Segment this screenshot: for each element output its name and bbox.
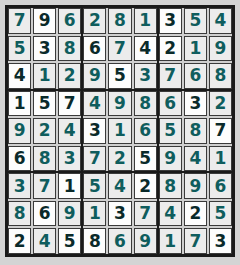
sudoku-cell-r8c1[interactable]: 8: [8, 201, 31, 227]
sudoku-cell-r9c8[interactable]: 7: [184, 228, 207, 254]
sudoku-cell-r1c2[interactable]: 9: [33, 8, 56, 34]
sudoku-cell-r4c2[interactable]: 5: [33, 91, 56, 117]
sudoku-cell-r6c3[interactable]: 3: [58, 146, 81, 172]
sudoku-cell-r4c8[interactable]: 3: [184, 91, 207, 117]
sudoku-cell-r8c6[interactable]: 7: [134, 201, 157, 227]
sudoku-page: 7965384122816749533542197681579246834983…: [0, 5, 240, 257]
sudoku-cell-r8c9[interactable]: 5: [209, 201, 232, 227]
sudoku-cell-r6c6[interactable]: 5: [134, 146, 157, 172]
sudoku-cell-r6c1[interactable]: 6: [8, 146, 31, 172]
sudoku-cell-r9c4[interactable]: 8: [83, 228, 106, 254]
sudoku-cell-r4c5[interactable]: 9: [108, 91, 131, 117]
sudoku-cell-r3c1[interactable]: 4: [8, 63, 31, 89]
sudoku-cell-r4c6[interactable]: 8: [134, 91, 157, 117]
sudoku-cell-r1c1[interactable]: 7: [8, 8, 31, 34]
sudoku-cell-r2c3[interactable]: 8: [58, 36, 81, 62]
sudoku-cell-r8c4[interactable]: 1: [83, 201, 106, 227]
sudoku-cell-r9c3[interactable]: 5: [58, 228, 81, 254]
sudoku-box-8: 542137869: [83, 173, 156, 254]
sudoku-cell-r5c4[interactable]: 3: [83, 118, 106, 144]
sudoku-cell-r7c2[interactable]: 7: [33, 173, 56, 199]
sudoku-cell-r5c2[interactable]: 2: [33, 118, 56, 144]
sudoku-cell-r9c6[interactable]: 9: [134, 228, 157, 254]
sudoku-cell-r6c2[interactable]: 8: [33, 146, 56, 172]
sudoku-cell-r1c3[interactable]: 6: [58, 8, 81, 34]
sudoku-cell-r7c7[interactable]: 8: [159, 173, 182, 199]
sudoku-cell-r7c5[interactable]: 4: [108, 173, 131, 199]
sudoku-box-6: 632587941: [159, 91, 232, 172]
sudoku-cell-r6c5[interactable]: 2: [108, 146, 131, 172]
sudoku-cell-r9c5[interactable]: 6: [108, 228, 131, 254]
sudoku-cell-r2c8[interactable]: 1: [184, 36, 207, 62]
sudoku-cell-r3c7[interactable]: 7: [159, 63, 182, 89]
sudoku-cell-r8c3[interactable]: 9: [58, 201, 81, 227]
sudoku-box-9: 896425173: [159, 173, 232, 254]
sudoku-cell-r5c6[interactable]: 6: [134, 118, 157, 144]
sudoku-cell-r8c7[interactable]: 4: [159, 201, 182, 227]
sudoku-cell-r5c5[interactable]: 1: [108, 118, 131, 144]
sudoku-cell-r2c2[interactable]: 3: [33, 36, 56, 62]
sudoku-cell-r6c8[interactable]: 4: [184, 146, 207, 172]
sudoku-cell-r5c8[interactable]: 8: [184, 118, 207, 144]
sudoku-cell-r9c2[interactable]: 4: [33, 228, 56, 254]
sudoku-box-1: 796538412: [8, 8, 81, 89]
sudoku-cell-r1c7[interactable]: 3: [159, 8, 182, 34]
sudoku-cell-r7c9[interactable]: 6: [209, 173, 232, 199]
sudoku-cell-r2c7[interactable]: 2: [159, 36, 182, 62]
sudoku-cell-r5c7[interactable]: 5: [159, 118, 182, 144]
sudoku-cell-r9c9[interactable]: 3: [209, 228, 232, 254]
sudoku-cell-r1c6[interactable]: 1: [134, 8, 157, 34]
sudoku-cell-r2c6[interactable]: 4: [134, 36, 157, 62]
sudoku-cell-r2c5[interactable]: 7: [108, 36, 131, 62]
sudoku-cell-r4c4[interactable]: 4: [83, 91, 106, 117]
sudoku-box-4: 157924683: [8, 91, 81, 172]
sudoku-cell-r1c4[interactable]: 2: [83, 8, 106, 34]
sudoku-cell-r5c1[interactable]: 9: [8, 118, 31, 144]
sudoku-cell-r9c1[interactable]: 2: [8, 228, 31, 254]
sudoku-cell-r2c4[interactable]: 6: [83, 36, 106, 62]
sudoku-cell-r7c6[interactable]: 2: [134, 173, 157, 199]
sudoku-cell-r3c8[interactable]: 6: [184, 63, 207, 89]
sudoku-cell-r3c4[interactable]: 9: [83, 63, 106, 89]
sudoku-box-7: 371869245: [8, 173, 81, 254]
sudoku-cell-r3c5[interactable]: 5: [108, 63, 131, 89]
sudoku-cell-r1c8[interactable]: 5: [184, 8, 207, 34]
sudoku-board: 7965384122816749533542197681579246834983…: [5, 5, 235, 257]
sudoku-cell-r4c7[interactable]: 6: [159, 91, 182, 117]
sudoku-box-2: 281674953: [83, 8, 156, 89]
sudoku-cell-r7c8[interactable]: 9: [184, 173, 207, 199]
sudoku-cell-r7c4[interactable]: 5: [83, 173, 106, 199]
sudoku-cell-r8c2[interactable]: 6: [33, 201, 56, 227]
sudoku-cell-r8c5[interactable]: 3: [108, 201, 131, 227]
sudoku-cell-r4c3[interactable]: 7: [58, 91, 81, 117]
sudoku-box-5: 498316725: [83, 91, 156, 172]
sudoku-cell-r1c9[interactable]: 4: [209, 8, 232, 34]
sudoku-cell-r3c6[interactable]: 3: [134, 63, 157, 89]
sudoku-cell-r5c9[interactable]: 7: [209, 118, 232, 144]
sudoku-cell-r6c4[interactable]: 7: [83, 146, 106, 172]
sudoku-cell-r3c9[interactable]: 8: [209, 63, 232, 89]
sudoku-cell-r8c8[interactable]: 2: [184, 201, 207, 227]
sudoku-cell-r6c9[interactable]: 1: [209, 146, 232, 172]
sudoku-cell-r9c7[interactable]: 1: [159, 228, 182, 254]
sudoku-cell-r1c5[interactable]: 8: [108, 8, 131, 34]
sudoku-cell-r4c9[interactable]: 2: [209, 91, 232, 117]
sudoku-cell-r6c7[interactable]: 9: [159, 146, 182, 172]
sudoku-cell-r3c2[interactable]: 1: [33, 63, 56, 89]
sudoku-cell-r7c1[interactable]: 3: [8, 173, 31, 199]
sudoku-box-3: 354219768: [159, 8, 232, 89]
sudoku-cell-r3c3[interactable]: 2: [58, 63, 81, 89]
sudoku-cell-r2c1[interactable]: 5: [8, 36, 31, 62]
sudoku-cell-r2c9[interactable]: 9: [209, 36, 232, 62]
sudoku-cell-r7c3[interactable]: 1: [58, 173, 81, 199]
sudoku-cell-r5c3[interactable]: 4: [58, 118, 81, 144]
sudoku-cell-r4c1[interactable]: 1: [8, 91, 31, 117]
